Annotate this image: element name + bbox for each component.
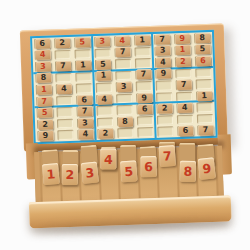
cell-r1c5[interactable]: 4 <box>112 35 132 47</box>
cell-recess <box>116 94 132 104</box>
cell-r8c5[interactable]: 8 <box>115 116 135 128</box>
number-tile-r5c5[interactable]: 3 <box>116 82 131 93</box>
cell-r4c8[interactable] <box>173 67 193 79</box>
number-tile-r3c8[interactable]: 2 <box>175 57 190 68</box>
cell-r2c3[interactable] <box>72 48 92 60</box>
cell-recess <box>137 127 153 137</box>
number-tile-r9c1[interactable]: 9 <box>38 131 53 142</box>
number-tile-r3c9[interactable]: 6 <box>195 56 210 67</box>
tile-drawer[interactable]: 123456789 <box>34 146 224 205</box>
cell-r1c3[interactable]: 5 <box>72 36 92 48</box>
cell-r2c6[interactable] <box>132 46 152 58</box>
number-tile-r8c5[interactable]: 8 <box>117 116 132 127</box>
number-tile-r7c7[interactable]: 2 <box>157 103 172 114</box>
cell-recess <box>157 127 173 137</box>
cell-recess <box>136 81 152 91</box>
number-tile-r6c3[interactable]: 6 <box>77 95 92 106</box>
cell-r2c8[interactable]: 1 <box>172 44 192 56</box>
number-tile-r4c1[interactable]: 8 <box>36 73 51 84</box>
cell-r1c1[interactable]: 6 <box>32 37 52 49</box>
number-tile-r2c9[interactable]: 5 <box>195 44 210 55</box>
drawer-slots: 123456789 <box>39 146 219 204</box>
number-tile-r4c4[interactable]: 1 <box>96 71 111 82</box>
cell-recess <box>134 47 150 57</box>
cell-r4c4[interactable]: 1 <box>93 70 113 82</box>
cell-recess <box>196 102 212 112</box>
number-tile-r5c2[interactable]: 4 <box>56 84 71 95</box>
cell-r5c1[interactable]: 1 <box>34 84 54 96</box>
number-tile-r3c2[interactable]: 7 <box>55 61 70 72</box>
cell-r2c7[interactable]: 3 <box>152 45 172 57</box>
drawer-tile-6[interactable]: 6 <box>140 156 156 177</box>
cell-recess <box>156 81 172 91</box>
cell-r1c9[interactable]: 8 <box>192 32 212 44</box>
cell-recess <box>157 115 173 125</box>
cell-recess <box>137 116 153 126</box>
scene: 6253417984731537154268179143776491576242… <box>0 0 250 250</box>
drawer-tile-1[interactable]: 1 <box>42 163 60 185</box>
cell-r8c6[interactable] <box>135 115 155 127</box>
cell-recess <box>175 68 191 78</box>
cell-r7c9[interactable] <box>194 101 214 113</box>
cell-r9c2[interactable] <box>55 129 75 141</box>
cell-r8c4[interactable] <box>95 116 115 128</box>
cell-r4c2[interactable] <box>53 71 73 83</box>
cell-r3c9[interactable]: 6 <box>193 55 213 67</box>
number-tile-r6c1[interactable]: 7 <box>37 96 52 107</box>
cell-r7c4[interactable] <box>94 105 114 117</box>
drawer-slot-8[interactable]: 8 <box>178 150 197 198</box>
number-tile-r9c9[interactable]: 7 <box>198 125 213 136</box>
number-tile-r3c1[interactable]: 3 <box>35 61 50 72</box>
number-tile-r5c8[interactable]: 7 <box>176 80 191 91</box>
cell-r1c8[interactable]: 9 <box>172 33 192 45</box>
cell-r9c1[interactable]: 9 <box>35 130 55 142</box>
number-tile-r1c6[interactable]: 1 <box>135 35 150 46</box>
cell-r3c3[interactable]: 1 <box>73 59 93 71</box>
cell-r5c3[interactable] <box>74 82 94 94</box>
cell-r5c7[interactable] <box>154 79 174 91</box>
number-tile-r1c7[interactable]: 7 <box>155 34 170 45</box>
number-tile-r8c3[interactable]: 3 <box>77 118 92 129</box>
cell-r6c3[interactable]: 6 <box>74 94 94 106</box>
cell-r9c8[interactable]: 6 <box>175 125 195 137</box>
number-tile-r4c7[interactable]: 9 <box>156 69 171 80</box>
cell-recess <box>176 91 192 101</box>
number-tile-r1c4[interactable]: 3 <box>95 36 110 47</box>
number-tile-r7c6[interactable]: 6 <box>137 104 152 115</box>
cell-r5c4[interactable] <box>94 82 114 94</box>
cell-r9c5[interactable] <box>115 127 135 139</box>
cell-r1c7[interactable]: 7 <box>152 33 172 45</box>
cell-r4c5[interactable] <box>113 69 133 81</box>
number-tile-r6c4[interactable]: 4 <box>97 94 112 105</box>
cell-recess <box>55 49 71 59</box>
cell-r4c7[interactable]: 9 <box>153 68 173 80</box>
cell-recess <box>57 130 73 140</box>
number-tile-r1c1[interactable]: 6 <box>35 38 50 49</box>
number-tile-r1c2[interactable]: 2 <box>55 38 70 49</box>
drawer-tile-7[interactable]: 7 <box>159 145 176 167</box>
cell-r8c9[interactable] <box>195 113 215 125</box>
cell-r7c7[interactable]: 2 <box>154 103 174 115</box>
cell-r3c2[interactable]: 7 <box>53 60 73 72</box>
number-tile-r4c6[interactable]: 7 <box>136 70 151 81</box>
cell-r5c5[interactable]: 3 <box>114 81 134 93</box>
number-tile-r2c5[interactable]: 7 <box>115 47 130 58</box>
cell-recess <box>76 83 92 93</box>
cell-r9c9[interactable]: 7 <box>195 124 215 136</box>
cell-r8c7[interactable] <box>155 114 175 126</box>
drawer-tile-5[interactable]: 5 <box>120 160 137 182</box>
number-tile-r1c5[interactable]: 4 <box>115 36 130 47</box>
drawer-slot-6[interactable]: 6 <box>139 151 158 199</box>
cell-r4c3[interactable] <box>73 71 93 83</box>
number-tile-r2c8[interactable]: 1 <box>175 45 190 56</box>
cell-r7c6[interactable]: 6 <box>134 103 154 115</box>
cell-r5c6[interactable] <box>134 80 154 92</box>
cell-r4c9[interactable] <box>193 67 213 79</box>
cell-r6c9[interactable]: 1 <box>194 90 214 102</box>
cell-r9c3[interactable]: 4 <box>75 128 95 140</box>
drawer-slot-7[interactable]: 7 <box>158 150 177 198</box>
cell-recess <box>197 114 213 124</box>
number-tile-r6c9[interactable]: 1 <box>197 91 212 102</box>
cell-r5c2[interactable]: 4 <box>54 83 74 95</box>
cell-r8c2[interactable] <box>55 118 75 130</box>
drawer-tile-8[interactable]: 8 <box>179 161 195 182</box>
number-tile-r2c7[interactable]: 3 <box>155 46 170 57</box>
number-tile-r7c1[interactable]: 5 <box>37 108 52 119</box>
cell-r4c1[interactable]: 8 <box>33 72 53 84</box>
cell-r7c2[interactable] <box>54 106 74 118</box>
number-tile-r3c7[interactable]: 4 <box>155 57 170 68</box>
cell-r5c8[interactable]: 7 <box>174 79 194 91</box>
number-tile-r1c8[interactable]: 9 <box>175 33 190 44</box>
number-tile-r7c3[interactable]: 7 <box>77 106 92 117</box>
drawer-slot-5[interactable]: 5 <box>119 152 138 200</box>
number-tile-r2c1[interactable]: 4 <box>35 50 50 61</box>
cell-recess <box>97 117 113 127</box>
cell-r2c5[interactable]: 7 <box>112 46 132 58</box>
number-tile-r1c3[interactable]: 5 <box>75 37 90 48</box>
number-tile-r5c1[interactable]: 1 <box>36 85 51 96</box>
cell-recess <box>56 96 72 106</box>
cell-r1c2[interactable]: 2 <box>52 37 72 49</box>
cell-r3c4[interactable]: 5 <box>93 58 113 70</box>
number-tile-r3c3[interactable]: 1 <box>75 60 90 71</box>
cell-r5c9[interactable] <box>194 78 214 90</box>
cell-recess <box>115 70 131 80</box>
cell-r7c1[interactable]: 5 <box>35 107 55 119</box>
sudoku-grid: 6253417984731537154268179143776491576242… <box>32 32 216 142</box>
cell-recess <box>55 73 71 83</box>
cell-recess <box>97 106 113 116</box>
drawer-slot-4[interactable]: 4 <box>100 152 119 200</box>
cell-r2c4[interactable] <box>92 47 112 59</box>
cell-r1c4[interactable]: 3 <box>92 35 112 47</box>
cell-r3c8[interactable]: 2 <box>173 56 193 68</box>
sudoku-game: 6253417984731537154268179143776491576242… <box>0 0 250 250</box>
cell-r9c6[interactable] <box>135 126 155 138</box>
cell-r8c8[interactable] <box>175 113 195 125</box>
drawer-slot-1[interactable]: 1 <box>41 154 60 202</box>
cell-recess <box>96 83 112 93</box>
cell-recess <box>116 105 132 115</box>
drawer-tile-9[interactable]: 9 <box>198 157 216 180</box>
cell-r4c6[interactable]: 7 <box>133 69 153 81</box>
cell-recess <box>196 79 212 89</box>
cell-recess <box>115 59 131 69</box>
cell-recess <box>57 119 73 129</box>
cell-r6c1[interactable]: 7 <box>34 95 54 107</box>
cell-recess <box>135 58 151 68</box>
number-tile-r9c3[interactable]: 4 <box>78 129 93 140</box>
cell-recess <box>195 68 211 78</box>
cell-recess <box>177 115 193 125</box>
number-tile-r1c9[interactable]: 8 <box>195 33 210 44</box>
cell-r8c3[interactable]: 3 <box>75 117 95 129</box>
cell-recess <box>57 107 73 117</box>
cell-recess <box>117 128 133 138</box>
drawer-tile-4[interactable]: 4 <box>101 149 117 170</box>
cell-r1c6[interactable]: 1 <box>132 34 152 46</box>
cell-r2c1[interactable]: 4 <box>32 49 52 61</box>
cell-r2c2[interactable] <box>52 48 72 60</box>
drawer-slot-9[interactable]: 9 <box>198 149 217 197</box>
cell-recess <box>94 48 110 58</box>
cell-r8c1[interactable]: 2 <box>35 118 55 130</box>
board-field: 6253417984731537154268179143776491576242… <box>30 30 218 144</box>
board-frame: 6253417984731537154268179143776491576242… <box>20 23 228 151</box>
cell-r7c8[interactable]: 4 <box>174 102 194 114</box>
cell-r6c4[interactable]: 4 <box>94 93 114 105</box>
number-tile-r9c4[interactable]: 2 <box>98 129 113 140</box>
number-tile-r8c1[interactable]: 2 <box>37 119 52 130</box>
cell-r9c4[interactable]: 2 <box>95 128 115 140</box>
cell-r7c3[interactable]: 7 <box>74 105 94 117</box>
drawer-slot-3[interactable]: 3 <box>80 153 99 201</box>
cell-r7c5[interactable] <box>114 104 134 116</box>
cell-r2c9[interactable]: 5 <box>192 43 212 55</box>
number-tile-r9c8[interactable]: 6 <box>178 126 193 137</box>
drawer-tile-2[interactable]: 2 <box>62 164 78 185</box>
cell-r9c7[interactable] <box>155 126 175 138</box>
drawer-slot-2[interactable]: 2 <box>61 154 80 202</box>
number-tile-r6c6[interactable]: 9 <box>137 93 152 104</box>
cell-recess <box>75 72 91 82</box>
cell-r3c7[interactable]: 4 <box>153 56 173 68</box>
number-tile-r7c8[interactable]: 4 <box>177 103 192 114</box>
number-tile-r3c4[interactable]: 5 <box>95 59 110 70</box>
cell-recess <box>75 49 91 59</box>
cell-r6c6[interactable]: 9 <box>134 92 154 104</box>
drawer-tile-3[interactable]: 3 <box>81 161 99 184</box>
cell-r3c1[interactable]: 3 <box>33 61 53 73</box>
